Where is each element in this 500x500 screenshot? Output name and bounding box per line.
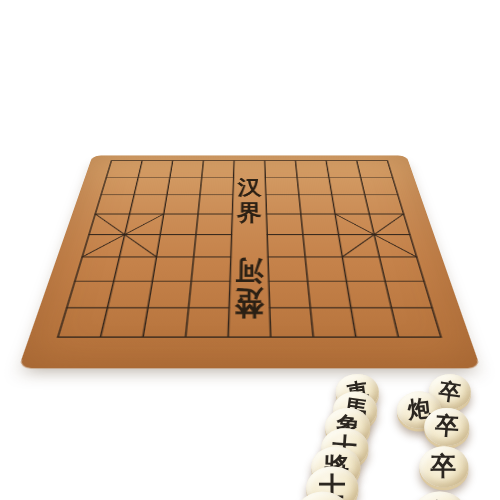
piece-glyph: 卒: [431, 454, 457, 480]
product-photo-stage: 汉界河楚 車馬象士將士象馬車炮炮卒卒卒卒卒兵兵兵兵兵炮炮車馬相仕帥仕相馬車: [0, 0, 500, 500]
piece-black-soldier[interactable]: 卒: [413, 492, 467, 500]
piece-black-soldier[interactable]: 卒: [424, 407, 469, 445]
piece-glyph: 卒: [434, 414, 459, 439]
board-mat: 汉界河楚: [18, 156, 480, 369]
board-grid: 汉界河楚: [18, 156, 480, 369]
river-label-han: 汉: [236, 177, 263, 199]
piece-black-soldier[interactable]: 卒: [419, 446, 468, 487]
river-label-chu: 楚: [234, 286, 266, 320]
river-label-he: 河: [235, 256, 265, 286]
piece-glyph: 卒: [437, 379, 462, 404]
river-label-jie: 界: [235, 201, 262, 225]
